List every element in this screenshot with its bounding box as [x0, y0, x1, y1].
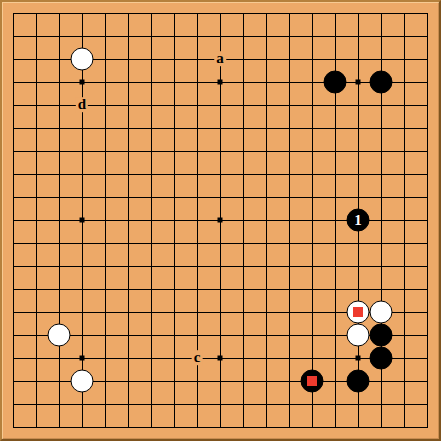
- stone-black: [370, 71, 393, 94]
- grid-line-vertical: [312, 13, 313, 428]
- grid-line-vertical: [243, 13, 244, 428]
- stone-white: [48, 324, 71, 347]
- square-mark: [307, 376, 317, 386]
- stone-black: [324, 71, 347, 94]
- stone-black: [347, 370, 370, 393]
- square-mark: [353, 307, 363, 317]
- grid-line-horizontal: [13, 427, 428, 428]
- star-point: [80, 80, 85, 85]
- star-point: [218, 356, 223, 361]
- stone-black: 1: [347, 209, 370, 232]
- star-point: [218, 80, 223, 85]
- grid-line-vertical: [404, 13, 405, 428]
- go-diagram: adc1: [0, 0, 441, 441]
- star-point: [356, 80, 361, 85]
- grid-line-vertical: [289, 13, 290, 428]
- point-label: c: [192, 350, 203, 365]
- stone-black: [370, 347, 393, 370]
- move-number: 1: [354, 213, 362, 228]
- star-point: [80, 356, 85, 361]
- grid-line-vertical: [266, 13, 267, 428]
- point-label: d: [76, 97, 88, 112]
- point-label: a: [214, 51, 226, 66]
- stone-white: [71, 48, 94, 71]
- grid-line-horizontal: [13, 404, 428, 405]
- star-point: [218, 218, 223, 223]
- stone-white: [370, 301, 393, 324]
- star-point: [356, 356, 361, 361]
- grid-line-horizontal: [13, 289, 428, 290]
- go-board: adc1: [0, 0, 441, 441]
- stone-black: [370, 324, 393, 347]
- grid-line-horizontal: [13, 266, 428, 267]
- grid-line-vertical: [427, 13, 428, 428]
- star-point: [80, 218, 85, 223]
- stone-white: [71, 370, 94, 393]
- stone-white: [347, 324, 370, 347]
- grid-line-horizontal: [13, 243, 428, 244]
